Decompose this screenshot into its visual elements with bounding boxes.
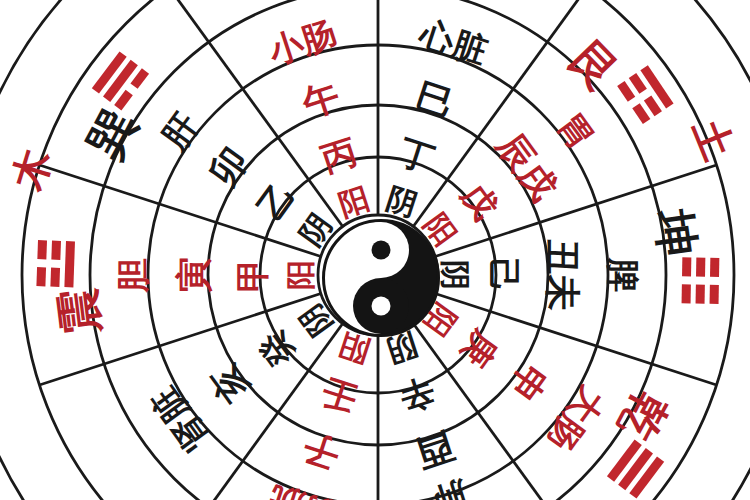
trigram-line bbox=[64, 241, 75, 287]
yinyang-label: 阳 bbox=[286, 260, 316, 290]
trigram-symbol bbox=[677, 257, 720, 304]
trigram-line bbox=[710, 258, 720, 304]
trigram-line bbox=[696, 258, 706, 304]
bagua-name: 震 bbox=[54, 286, 105, 337]
trigram-line bbox=[50, 241, 61, 287]
stem-label: 己 bbox=[487, 258, 521, 292]
branch-label: 丑未 bbox=[544, 239, 580, 311]
organ-label: 脾 bbox=[606, 258, 640, 292]
taiji-white-dot bbox=[372, 297, 391, 316]
branch-label: 寅 bbox=[176, 257, 212, 293]
bagua-name: 坤 bbox=[650, 207, 702, 259]
taiji-bagua-wheel: 阳丙午小肠阴丁巳心脏阳戊辰戌胃阴己丑未脾阳庚申大肠阴辛酉肺阳壬子膀胱阴癸亥肾脏阳… bbox=[0, 0, 750, 500]
yinyang-label: 阴 bbox=[440, 260, 470, 290]
trigram-line bbox=[36, 240, 47, 286]
trigram-line bbox=[682, 257, 692, 303]
taiji-black-dot bbox=[372, 241, 391, 260]
organ-label: 胆 bbox=[116, 258, 150, 292]
stem-label: 甲 bbox=[235, 258, 269, 292]
trigram-symbol bbox=[36, 240, 80, 287]
